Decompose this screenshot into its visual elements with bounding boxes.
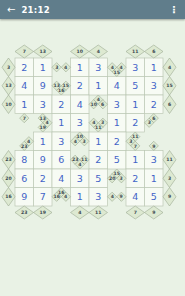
clue-sum-bottom: 19 (40, 125, 46, 130)
clue-sum-bottom: 16 (58, 88, 64, 93)
clue-cell-r4c5: 4311 (89, 118, 108, 132)
cell-value-r1c1: 2 (21, 62, 27, 73)
clue-cell-r7c6: 15203 (108, 169, 127, 183)
cell-value-r3c3: 2 (58, 99, 64, 110)
cell-value-r3c8: 2 (151, 99, 157, 110)
clue-cell-r5c1: 423 (20, 137, 34, 151)
edge-clue-bottom-c4-sum: 4 (78, 210, 81, 215)
clue-cell-r4c2: 13419 (38, 114, 52, 133)
clue-cell-r8c6: 49 (108, 192, 127, 201)
clue-sum-left: 3 (55, 65, 58, 70)
clue-sum-bottom: 15 (114, 70, 120, 75)
clue-sum-right: 4 (120, 65, 123, 70)
cell-value-r7c5: 5 (95, 173, 101, 184)
board-svg: 2113314921453132431213121312896251362435… (1, 44, 177, 220)
edge-clue-top-c8-sum: 6 (152, 49, 155, 54)
cell-value-r5c6: 2 (114, 136, 120, 147)
clue-sum-top: 6 (152, 116, 155, 121)
cell-value-r1c8: 1 (151, 62, 157, 73)
edge-clue-left-r1-sum: 3 (7, 65, 10, 70)
cell-value-r8c2: 7 (40, 191, 46, 202)
cell-value-r6c8: 3 (151, 154, 157, 165)
cell-value-r7c3: 4 (58, 173, 64, 184)
edge-clue-left-r2-sum: 13 (5, 83, 11, 88)
clue-sum-bottom: 7 (134, 144, 137, 149)
cell-value-r6c1: 8 (21, 154, 27, 165)
cell-value-r2c4: 2 (77, 80, 83, 91)
cell-value-r6c5: 2 (95, 154, 101, 165)
cell-value-r8c5: 3 (95, 191, 101, 202)
cell-value-r2c7: 5 (132, 80, 138, 91)
clue-sum-left: 3 (129, 139, 132, 144)
clue-cell-r5c7: 1137 (126, 132, 140, 151)
cell-value-r7c8: 1 (151, 173, 157, 184)
clue-cell-r5c8: 9 (149, 141, 158, 150)
cell-value-r1c7: 3 (132, 62, 138, 73)
cell-value-r2c6: 4 (114, 80, 120, 91)
kakuro-board: 2113314921453132431213121312896251362435… (1, 44, 177, 220)
clue-sum-right: 9 (120, 194, 123, 199)
cell-value-r3c2: 3 (40, 99, 46, 110)
edge-clue-top-c2-sum: 13 (40, 49, 46, 54)
edge-clue-right-r8-sum: 9 (168, 194, 171, 199)
cell-value-r6c2: 9 (40, 154, 46, 165)
clue-sum-right: 4 (64, 194, 67, 199)
cell-value-r7c1: 6 (21, 173, 27, 184)
clue-sum-bottom: 11 (95, 125, 101, 130)
cell-value-r3c6: 3 (114, 99, 120, 110)
back-arrow-icon[interactable]: ← (0, 0, 21, 19)
clue-sum-left: 16 (54, 194, 60, 199)
edge-clue-right-r6-sum: 11 (166, 157, 172, 162)
clue-cell-r4c1: 7 (20, 114, 29, 123)
cell-value-r2c8: 3 (151, 80, 157, 91)
clue-cell-r1c3: 34 (52, 63, 71, 72)
clue-sum-right: 3 (120, 176, 123, 181)
edge-clue-bottom-c8-sum: 9 (152, 210, 155, 215)
clue-sum-right: 4 (64, 65, 67, 70)
clue-sum-left: 10 (91, 102, 97, 107)
cell-value-r1c2: 1 (40, 62, 46, 73)
clue-sum-bottom: 4 (78, 162, 81, 167)
kakuro-app-screen: ← 21:12 ⋮ 211331492145313243121312131289… (0, 0, 185, 296)
overflow-menu-icon[interactable]: ⋮ (163, 4, 185, 15)
clue-sum-top: 7 (23, 116, 26, 121)
cell-value-r4c7: 2 (132, 117, 138, 128)
clue-sum-left: 4 (111, 194, 114, 199)
app-bar: ← 21:12 ⋮ (0, 0, 185, 19)
cell-value-r3c7: 1 (132, 99, 138, 110)
cell-value-r2c1: 4 (21, 80, 27, 91)
edge-clue-bottom-c5-sum: 11 (95, 210, 101, 215)
cell-value-r8c1: 9 (21, 191, 27, 202)
clue-sum-top: 11 (132, 134, 138, 139)
cell-value-r5c5: 1 (95, 136, 101, 147)
clue-cell-r6c4: 23114 (71, 155, 90, 169)
edge-clue-bottom-c2-sum: 19 (40, 210, 46, 215)
clue-sum-bottom: 9 (152, 144, 155, 149)
clue-sum-left: 20 (109, 176, 115, 181)
edge-clue-left-r8-sum: 16 (5, 194, 11, 199)
cell-value-r4c3: 1 (58, 117, 64, 128)
edge-clue-top-c4-sum: 10 (77, 49, 83, 54)
cell-value-r8c7: 4 (132, 191, 138, 202)
clue-cell-r2c3: 131516 (52, 81, 71, 95)
game-timer: 21:12 (21, 5, 50, 15)
cell-value-r5c2: 1 (40, 136, 46, 147)
cell-value-r8c4: 1 (77, 191, 83, 202)
cell-value-r1c5: 3 (95, 62, 101, 73)
clue-cell-r1c6: 4415 (108, 63, 127, 77)
cell-value-r6c3: 6 (58, 154, 64, 165)
edge-clue-bottom-c1-sum: 23 (21, 210, 27, 215)
clue-sum-top: 4 (97, 97, 100, 102)
edge-clue-left-r3-sum: 10 (5, 102, 11, 107)
clue-sum-right: 6 (101, 102, 104, 107)
edge-clue-top-c1-sum: 7 (23, 49, 26, 54)
clue-cell-r8c3: 16164 (52, 188, 71, 202)
clue-sum-right: 3 (101, 120, 104, 125)
cell-value-r6c6: 5 (114, 154, 120, 165)
cell-value-r3c4: 4 (77, 99, 83, 110)
cell-value-r7c7: 2 (132, 173, 138, 184)
clue-sum-left: 3 (148, 120, 151, 125)
clue-sum-right: 4 (46, 120, 49, 125)
cell-value-r8c8: 5 (151, 191, 157, 202)
edge-clue-top-c5-sum: 4 (97, 49, 100, 54)
cell-value-r5c3: 3 (58, 136, 64, 147)
edge-clue-right-r2-sum: 15 (166, 83, 172, 88)
edge-clue-left-r7-sum: 20 (5, 176, 11, 181)
cell-value-r7c4: 3 (77, 173, 83, 184)
edge-clue-top-c7-sum: 11 (132, 49, 138, 54)
cell-value-r6c7: 1 (132, 154, 138, 165)
clue-cell-r4c8: 63 (145, 114, 159, 128)
edge-clue-bottom-c7-sum: 7 (134, 210, 137, 215)
edge-clue-right-r1-sum: 4 (168, 65, 171, 70)
edge-clue-right-r7-sum: 3 (168, 176, 171, 181)
cell-value-r2c5: 1 (95, 80, 101, 91)
clue-cell-r5c4: 1043 (71, 132, 90, 146)
clue-sum-bottom: 23 (21, 144, 27, 149)
clue-cell-r3c5: 4106 (89, 95, 108, 109)
edge-clue-left-r6-sum: 23 (5, 157, 11, 162)
cell-value-r4c6: 1 (114, 117, 120, 128)
clue-sum-right: 3 (83, 139, 86, 144)
clue-sum-left: 4 (74, 139, 77, 144)
cell-value-r2c2: 9 (40, 80, 46, 91)
cell-value-r3c1: 1 (21, 99, 27, 110)
cell-value-r1c4: 1 (77, 62, 83, 73)
cell-value-r4c4: 3 (77, 117, 83, 128)
cell-value-r7c2: 2 (40, 173, 46, 184)
clue-sum-right: 4 (27, 139, 30, 144)
edge-clue-right-r3-sum: 6 (168, 102, 171, 107)
